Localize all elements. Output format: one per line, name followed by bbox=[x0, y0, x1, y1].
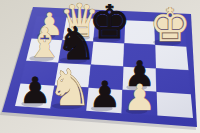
piece-white-pawn-e5: ♟ bbox=[123, 77, 155, 118]
piece-black-pawn-d5: ♟ bbox=[89, 74, 121, 115]
piece-black-pawn-b5: ♟ bbox=[19, 70, 51, 111]
piece-white-king-f8: ♚ bbox=[149, 0, 190, 52]
chessboard-photo: ♟♛♚♚♝♞♟♟♞♟♟ bbox=[0, 0, 200, 133]
piece-white-knight-c5: ♞ bbox=[48, 59, 93, 117]
chess-scene: ♟♛♚♚♝♞♟♟♞♟♟ bbox=[0, 0, 200, 133]
